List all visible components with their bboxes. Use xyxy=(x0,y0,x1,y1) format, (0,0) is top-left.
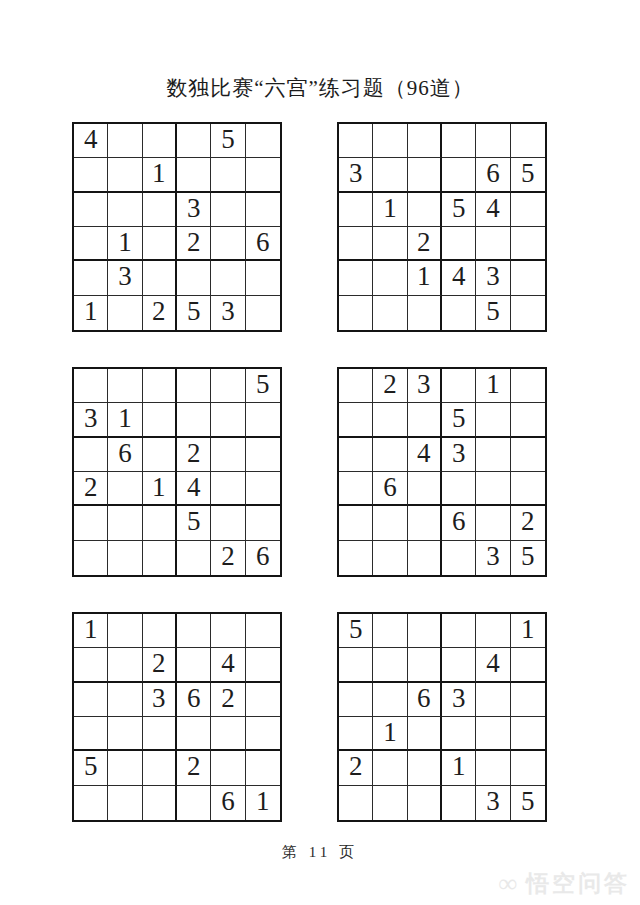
sudoku-cell xyxy=(511,648,545,682)
sudoku-cell: 2 xyxy=(177,438,211,472)
sudoku-cell xyxy=(339,124,373,158)
sudoku-cell: 3 xyxy=(408,369,442,403)
sudoku-cell: 3 xyxy=(177,193,211,227)
sudoku-cell xyxy=(108,751,142,785)
sudoku-cell: 3 xyxy=(476,786,510,820)
sudoku-cell xyxy=(108,158,142,192)
sudoku-cell xyxy=(211,506,245,540)
sudoku-cell xyxy=(143,506,177,540)
sudoku-cell xyxy=(74,648,108,682)
sudoku-cell xyxy=(373,438,407,472)
sudoku-board-6: 5146312135 xyxy=(337,612,547,822)
sudoku-cell xyxy=(511,193,545,227)
sudoku-cell: 4 xyxy=(442,261,476,295)
sudoku-cell xyxy=(211,158,245,192)
sudoku-cell xyxy=(246,124,280,158)
sudoku-cell xyxy=(339,472,373,506)
sudoku-cell xyxy=(339,369,373,403)
sudoku-cell xyxy=(246,403,280,437)
sudoku-cell: 5 xyxy=(442,403,476,437)
sudoku-cell xyxy=(74,438,108,472)
sudoku-cell xyxy=(339,683,373,717)
sudoku-cell xyxy=(143,261,177,295)
sudoku-cell xyxy=(408,158,442,192)
sudoku-cell xyxy=(74,506,108,540)
sudoku-cell xyxy=(373,158,407,192)
sudoku-cell xyxy=(476,227,510,261)
sudoku-cell xyxy=(108,541,142,575)
sudoku-cell: 5 xyxy=(211,124,245,158)
sudoku-board-4: 23154366235 xyxy=(337,367,547,577)
sudoku-cell: 6 xyxy=(408,683,442,717)
sudoku-cell xyxy=(442,648,476,682)
sudoku-cell: 3 xyxy=(476,541,510,575)
sudoku-cell xyxy=(339,261,373,295)
sudoku-cell: 5 xyxy=(74,751,108,785)
sudoku-cell xyxy=(246,614,280,648)
sudoku-cell xyxy=(246,193,280,227)
sudoku-cell xyxy=(211,403,245,437)
sudoku-cell xyxy=(408,124,442,158)
sudoku-cell xyxy=(211,438,245,472)
sudoku-cell: 1 xyxy=(476,369,510,403)
sudoku-cell: 5 xyxy=(511,541,545,575)
sudoku-cell xyxy=(339,506,373,540)
sudoku-cell xyxy=(476,438,510,472)
sudoku-cell: 5 xyxy=(511,158,545,192)
sudoku-cell xyxy=(74,683,108,717)
sudoku-cell: 2 xyxy=(211,683,245,717)
sudoku-cell: 5 xyxy=(339,614,373,648)
sudoku-cell: 3 xyxy=(211,296,245,330)
sudoku-cell: 5 xyxy=(177,506,211,540)
sudoku-cell xyxy=(108,369,142,403)
sudoku-cell xyxy=(143,403,177,437)
sudoku-cell xyxy=(339,403,373,437)
sudoku-cell xyxy=(177,648,211,682)
sudoku-cell: 1 xyxy=(108,227,142,261)
sudoku-cell xyxy=(74,369,108,403)
sudoku-cell xyxy=(74,227,108,261)
sudoku-cell xyxy=(339,193,373,227)
sudoku-cell: 1 xyxy=(74,296,108,330)
sudoku-cell xyxy=(143,786,177,820)
sudoku-cell: 3 xyxy=(339,158,373,192)
sudoku-cell xyxy=(108,717,142,751)
sudoku-cell: 5 xyxy=(511,786,545,820)
sudoku-board-3: 53162214526 xyxy=(72,367,282,577)
sudoku-cell: 6 xyxy=(211,786,245,820)
sudoku-cell xyxy=(246,438,280,472)
watermark: ∞ 悟空问答 xyxy=(498,868,630,899)
sudoku-cell xyxy=(442,717,476,751)
sudoku-cell xyxy=(143,193,177,227)
sudoku-cell xyxy=(143,227,177,261)
sudoku-cell xyxy=(373,403,407,437)
sudoku-cell: 3 xyxy=(74,403,108,437)
sudoku-cell: 2 xyxy=(211,541,245,575)
sudoku-cell: 1 xyxy=(373,193,407,227)
sudoku-cell xyxy=(408,751,442,785)
sudoku-cell xyxy=(442,369,476,403)
sudoku-cell xyxy=(373,683,407,717)
sudoku-cell: 2 xyxy=(373,369,407,403)
sudoku-cell xyxy=(74,717,108,751)
sudoku-cell xyxy=(108,786,142,820)
sudoku-cell xyxy=(74,786,108,820)
sudoku-cell xyxy=(373,227,407,261)
sudoku-cell: 6 xyxy=(373,472,407,506)
sudoku-cell xyxy=(442,541,476,575)
sudoku-cell xyxy=(246,751,280,785)
sudoku-cell xyxy=(373,506,407,540)
sudoku-cell xyxy=(246,261,280,295)
sudoku-cell: 1 xyxy=(408,261,442,295)
sudoku-cell xyxy=(511,751,545,785)
sudoku-cell xyxy=(476,124,510,158)
sudoku-cell xyxy=(408,541,442,575)
sudoku-cell: 4 xyxy=(408,438,442,472)
sudoku-cell: 2 xyxy=(339,751,373,785)
sudoku-cell xyxy=(373,751,407,785)
sudoku-cell xyxy=(339,648,373,682)
sudoku-cell xyxy=(108,124,142,158)
sudoku-cell xyxy=(408,296,442,330)
sudoku-cell xyxy=(511,261,545,295)
sudoku-cell xyxy=(476,472,510,506)
sudoku-cell xyxy=(108,193,142,227)
sudoku-cell: 2 xyxy=(408,227,442,261)
sudoku-cell xyxy=(476,506,510,540)
sudoku-cell xyxy=(476,717,510,751)
sudoku-cell: 2 xyxy=(74,472,108,506)
sudoku-board-5: 1243625261 xyxy=(72,612,282,822)
page-title: 数独比赛“六宫”练习题（96道） xyxy=(0,74,640,102)
sudoku-cell: 6 xyxy=(108,438,142,472)
sudoku-cell: 2 xyxy=(143,648,177,682)
sudoku-cell xyxy=(442,124,476,158)
sudoku-cell xyxy=(511,227,545,261)
sudoku-cell xyxy=(442,614,476,648)
sudoku-cell: 3 xyxy=(143,683,177,717)
sudoku-cell xyxy=(246,648,280,682)
sudoku-cell xyxy=(511,683,545,717)
sudoku-cell xyxy=(408,648,442,682)
sudoku-cell xyxy=(211,717,245,751)
sudoku-cell xyxy=(511,403,545,437)
sudoku-cell xyxy=(511,124,545,158)
sudoku-cell xyxy=(476,751,510,785)
sudoku-cell xyxy=(177,541,211,575)
sudoku-cell xyxy=(246,506,280,540)
sudoku-cell xyxy=(177,369,211,403)
sudoku-cell xyxy=(74,158,108,192)
sudoku-cell xyxy=(408,403,442,437)
sudoku-cell xyxy=(177,158,211,192)
sudoku-cell xyxy=(373,614,407,648)
sudoku-cell xyxy=(74,541,108,575)
sudoku-cell xyxy=(211,614,245,648)
page-number: 第 11 页 xyxy=(0,843,640,862)
sudoku-cell xyxy=(177,786,211,820)
sudoku-cell xyxy=(108,506,142,540)
sudoku-cell xyxy=(246,472,280,506)
sudoku-cell xyxy=(211,227,245,261)
sudoku-cell xyxy=(246,717,280,751)
sudoku-cell xyxy=(177,403,211,437)
sudoku-cell xyxy=(246,158,280,192)
sudoku-cell xyxy=(211,369,245,403)
sudoku-cell xyxy=(339,227,373,261)
sudoku-cell xyxy=(476,683,510,717)
sudoku-cell: 6 xyxy=(246,227,280,261)
sudoku-cell xyxy=(211,751,245,785)
sudoku-cell: 5 xyxy=(476,296,510,330)
sudoku-cell xyxy=(108,683,142,717)
sudoku-cell: 4 xyxy=(74,124,108,158)
sudoku-cell: 1 xyxy=(143,472,177,506)
sudoku-cell: 3 xyxy=(442,438,476,472)
sudoku-cell xyxy=(408,193,442,227)
sudoku-cell xyxy=(177,717,211,751)
sudoku-cell xyxy=(143,717,177,751)
sudoku-cell xyxy=(339,541,373,575)
sudoku-cell: 5 xyxy=(442,193,476,227)
sudoku-cell xyxy=(373,124,407,158)
sudoku-cell: 4 xyxy=(211,648,245,682)
sudoku-cell: 2 xyxy=(511,506,545,540)
sudoku-cell xyxy=(339,296,373,330)
sudoku-cell: 1 xyxy=(373,717,407,751)
watermark-text: 悟空问答 xyxy=(526,868,630,899)
sudoku-cell xyxy=(511,369,545,403)
sudoku-cell: 6 xyxy=(177,683,211,717)
sudoku-cell xyxy=(108,296,142,330)
sudoku-cell xyxy=(476,614,510,648)
sudoku-cell: 4 xyxy=(177,472,211,506)
sudoku-board-2: 36515421435 xyxy=(337,122,547,332)
sudoku-cell xyxy=(511,472,545,506)
sudoku-cell xyxy=(74,193,108,227)
sudoku-cell xyxy=(408,506,442,540)
sudoku-cell xyxy=(408,786,442,820)
sudoku-cell xyxy=(373,296,407,330)
sudoku-cell xyxy=(143,751,177,785)
sudoku-cell: 1 xyxy=(143,158,177,192)
sudoku-cell xyxy=(339,438,373,472)
sudoku-cell xyxy=(511,296,545,330)
sudoku-cell xyxy=(143,369,177,403)
sudoku-cell xyxy=(246,683,280,717)
sudoku-cell xyxy=(373,648,407,682)
sudoku-cell xyxy=(108,648,142,682)
sudoku-cell xyxy=(108,614,142,648)
sudoku-cell: 3 xyxy=(108,261,142,295)
sudoku-cell xyxy=(476,403,510,437)
sudoku-cell: 6 xyxy=(476,158,510,192)
sudoku-cell xyxy=(408,717,442,751)
sudoku-cell xyxy=(143,614,177,648)
sudoku-cell: 1 xyxy=(511,614,545,648)
sudoku-board-1: 451312631253 xyxy=(72,122,282,332)
sudoku-cell: 4 xyxy=(476,193,510,227)
sudoku-cell xyxy=(373,786,407,820)
sudoku-cell xyxy=(408,614,442,648)
sudoku-cell xyxy=(339,717,373,751)
sudoku-cell xyxy=(211,472,245,506)
sudoku-cell xyxy=(442,296,476,330)
sudoku-cell xyxy=(373,261,407,295)
sudoku-cell: 2 xyxy=(177,751,211,785)
sudoku-cell: 3 xyxy=(476,261,510,295)
sudoku-cell: 1 xyxy=(246,786,280,820)
sudoku-cell: 5 xyxy=(246,369,280,403)
sudoku-cell xyxy=(108,472,142,506)
sudoku-cell: 2 xyxy=(143,296,177,330)
sudoku-cell: 2 xyxy=(177,227,211,261)
sudoku-cell xyxy=(177,261,211,295)
sudoku-cell: 1 xyxy=(74,614,108,648)
sudoku-cell: 1 xyxy=(108,403,142,437)
sudoku-cell: 5 xyxy=(177,296,211,330)
sudoku-cell: 4 xyxy=(476,648,510,682)
sudoku-cell xyxy=(442,158,476,192)
sudoku-cell xyxy=(177,614,211,648)
sudoku-cell xyxy=(211,261,245,295)
sudoku-cell xyxy=(177,124,211,158)
sudoku-cell xyxy=(373,541,407,575)
wukong-cloud-icon: ∞ xyxy=(498,871,520,897)
sudoku-cell xyxy=(143,541,177,575)
sudoku-cell xyxy=(143,124,177,158)
sudoku-cell: 6 xyxy=(246,541,280,575)
sudoku-cell xyxy=(511,717,545,751)
sudoku-cell xyxy=(442,786,476,820)
sudoku-cell xyxy=(339,786,373,820)
sudoku-cell xyxy=(442,472,476,506)
sudoku-cell xyxy=(511,438,545,472)
sudoku-cell xyxy=(246,296,280,330)
sudoku-cell xyxy=(74,261,108,295)
sudoku-cell: 3 xyxy=(442,683,476,717)
sudoku-cell xyxy=(143,438,177,472)
sudoku-cell: 1 xyxy=(442,751,476,785)
sudoku-cell xyxy=(442,227,476,261)
sudoku-cell xyxy=(211,193,245,227)
sudoku-cell: 6 xyxy=(442,506,476,540)
sudoku-cell xyxy=(408,472,442,506)
